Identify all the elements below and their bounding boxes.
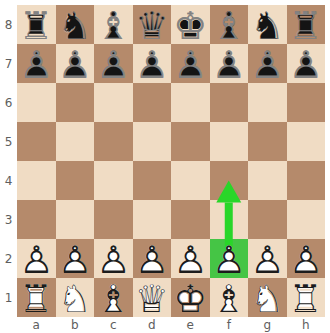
square-g5[interactable] — [248, 122, 287, 161]
square-h7[interactable]: ♟♙ — [287, 44, 326, 83]
square-b2[interactable]: ♟♙ — [56, 239, 95, 278]
square-a7[interactable]: ♟♙ — [17, 44, 56, 83]
piece-glyph-detail: ♘ — [248, 5, 287, 44]
square-f6[interactable] — [210, 83, 249, 122]
piece-glyph-detail: ♙ — [56, 239, 95, 278]
white-pawn-g2[interactable]: ♟♙ — [248, 239, 287, 278]
rank-label-7: 7 — [0, 44, 17, 83]
black-pawn-c7[interactable]: ♟♙ — [94, 44, 133, 83]
square-h8[interactable]: ♜♖ — [287, 5, 326, 44]
piece-glyph-detail: ♙ — [133, 239, 172, 278]
square-d6[interactable] — [133, 83, 172, 122]
square-f5[interactable] — [210, 122, 249, 161]
square-g7[interactable]: ♟♙ — [248, 44, 287, 83]
square-c4[interactable] — [94, 161, 133, 200]
black-bishop-c8[interactable]: ♝♗ — [94, 5, 133, 44]
piece-glyph-detail: ♙ — [171, 44, 210, 83]
piece-glyph-detail: ♖ — [17, 278, 56, 317]
square-g6[interactable] — [248, 83, 287, 122]
square-f7[interactable]: ♟♙ — [210, 44, 249, 83]
square-g8[interactable]: ♞♘ — [248, 5, 287, 44]
piece-glyph-detail: ♔ — [171, 5, 210, 44]
piece-glyph-detail: ♖ — [287, 278, 326, 317]
square-b8[interactable]: ♞♘ — [56, 5, 95, 44]
white-knight-b1[interactable]: ♞♘ — [56, 278, 95, 317]
square-c5[interactable] — [94, 122, 133, 161]
piece-glyph-detail: ♗ — [94, 5, 133, 44]
piece-glyph-detail: ♖ — [287, 5, 326, 44]
square-g3[interactable] — [248, 200, 287, 239]
piece-glyph-detail: ♙ — [171, 239, 210, 278]
square-g4[interactable] — [248, 161, 287, 200]
chess-app: ♜♖♞♘♝♗♛♕♚♔♝♗♞♘♜♖♟♙♟♙♟♙♟♙♟♙♟♙♟♙♟♙♟♙♟♙♟♙♟♙… — [0, 0, 330, 333]
piece-glyph-detail: ♙ — [248, 239, 287, 278]
square-e3[interactable] — [171, 200, 210, 239]
black-knight-b8[interactable]: ♞♘ — [56, 5, 95, 44]
square-d7[interactable]: ♟♙ — [133, 44, 172, 83]
piece-glyph-detail: ♙ — [210, 44, 249, 83]
square-d4[interactable] — [133, 161, 172, 200]
white-king-e1[interactable]: ♚♔ — [171, 278, 210, 317]
square-a4[interactable] — [17, 161, 56, 200]
white-queen-d1[interactable]: ♛♕ — [133, 278, 172, 317]
white-bishop-c1[interactable]: ♝♗ — [94, 278, 133, 317]
black-pawn-d7[interactable]: ♟♙ — [133, 44, 172, 83]
square-d5[interactable] — [133, 122, 172, 161]
square-h4[interactable] — [287, 161, 326, 200]
black-pawn-g7[interactable]: ♟♙ — [248, 44, 287, 83]
square-a2[interactable]: ♟♙ — [17, 239, 56, 278]
white-rook-h1[interactable]: ♜♖ — [287, 278, 326, 317]
square-h3[interactable] — [287, 200, 326, 239]
rank-label-4: 4 — [0, 161, 17, 200]
rank-label-1: 1 — [0, 278, 17, 317]
piece-glyph-detail: ♗ — [210, 278, 249, 317]
square-b6[interactable] — [56, 83, 95, 122]
square-a5[interactable] — [17, 122, 56, 161]
square-b3[interactable] — [56, 200, 95, 239]
square-b5[interactable] — [56, 122, 95, 161]
square-f1[interactable]: ♝♗ — [210, 278, 249, 317]
piece-glyph-detail: ♘ — [56, 278, 95, 317]
square-a8[interactable]: ♜♖ — [17, 5, 56, 44]
white-pawn-e2[interactable]: ♟♙ — [171, 239, 210, 278]
square-h6[interactable] — [287, 83, 326, 122]
black-pawn-a7[interactable]: ♟♙ — [17, 44, 56, 83]
piece-glyph-detail: ♗ — [210, 5, 249, 44]
square-e1[interactable]: ♚♔ — [171, 278, 210, 317]
piece-glyph-detail: ♙ — [94, 239, 133, 278]
square-b7[interactable]: ♟♙ — [56, 44, 95, 83]
rank-label-6: 6 — [0, 83, 17, 122]
square-h5[interactable] — [287, 122, 326, 161]
square-a1[interactable]: ♜♖ — [17, 278, 56, 317]
white-pawn-d2[interactable]: ♟♙ — [133, 239, 172, 278]
square-e6[interactable] — [171, 83, 210, 122]
square-a6[interactable] — [17, 83, 56, 122]
black-queen-d8[interactable]: ♛♕ — [133, 5, 172, 44]
piece-glyph-detail: ♕ — [133, 278, 172, 317]
black-king-e8[interactable]: ♚♔ — [171, 5, 210, 44]
square-e4[interactable] — [171, 161, 210, 200]
square-g2[interactable]: ♟♙ — [248, 239, 287, 278]
white-pawn-c2[interactable]: ♟♙ — [94, 239, 133, 278]
white-pawn-a2[interactable]: ♟♙ — [17, 239, 56, 278]
black-pawn-h7[interactable]: ♟♙ — [287, 44, 326, 83]
piece-glyph-detail: ♖ — [17, 5, 56, 44]
black-rook-h8[interactable]: ♜♖ — [287, 5, 326, 44]
square-h2[interactable]: ♟♙ — [287, 239, 326, 278]
square-d8[interactable]: ♛♕ — [133, 5, 172, 44]
black-pawn-f7[interactable]: ♟♙ — [210, 44, 249, 83]
piece-glyph-detail: ♙ — [17, 239, 56, 278]
square-b1[interactable]: ♞♘ — [56, 278, 95, 317]
piece-glyph-detail: ♙ — [94, 44, 133, 83]
white-knight-g1[interactable]: ♞♘ — [248, 278, 287, 317]
square-e8[interactable]: ♚♔ — [171, 5, 210, 44]
piece-glyph-detail: ♔ — [171, 278, 210, 317]
piece-glyph-detail: ♙ — [248, 44, 287, 83]
square-d2[interactable]: ♟♙ — [133, 239, 172, 278]
white-pawn-f2[interactable]: ♟♙ — [210, 239, 249, 278]
square-f3[interactable] — [210, 200, 249, 239]
square-b4[interactable] — [56, 161, 95, 200]
square-c8[interactable]: ♝♗ — [94, 5, 133, 44]
piece-glyph-detail: ♙ — [133, 44, 172, 83]
black-knight-g8[interactable]: ♞♘ — [248, 5, 287, 44]
rank-label-5: 5 — [0, 122, 17, 161]
square-d1[interactable]: ♛♕ — [133, 278, 172, 317]
piece-glyph-detail: ♘ — [248, 278, 287, 317]
square-d3[interactable] — [133, 200, 172, 239]
white-pawn-h2[interactable]: ♟♙ — [287, 239, 326, 278]
rank-label-8: 8 — [0, 5, 17, 44]
square-f4[interactable] — [210, 161, 249, 200]
square-c2[interactable]: ♟♙ — [94, 239, 133, 278]
square-g1[interactable]: ♞♘ — [248, 278, 287, 317]
square-e2[interactable]: ♟♙ — [171, 239, 210, 278]
piece-glyph-detail: ♙ — [287, 44, 326, 83]
square-e5[interactable] — [171, 122, 210, 161]
square-a3[interactable] — [17, 200, 56, 239]
square-c1[interactable]: ♝♗ — [94, 278, 133, 317]
chess-board: ♜♖♞♘♝♗♛♕♚♔♝♗♞♘♜♖♟♙♟♙♟♙♟♙♟♙♟♙♟♙♟♙♟♙♟♙♟♙♟♙… — [17, 5, 325, 317]
square-f8[interactable]: ♝♗ — [210, 5, 249, 44]
black-rook-a8[interactable]: ♜♖ — [17, 5, 56, 44]
square-f2[interactable]: ♟♙ — [210, 239, 249, 278]
piece-glyph-detail: ♘ — [56, 5, 95, 44]
piece-glyph-detail: ♙ — [287, 239, 326, 278]
piece-glyph-detail: ♙ — [56, 44, 95, 83]
white-rook-a1[interactable]: ♜♖ — [17, 278, 56, 317]
rank-label-2: 2 — [0, 239, 17, 278]
piece-glyph-detail: ♙ — [210, 239, 249, 278]
black-pawn-e7[interactable]: ♟♙ — [171, 44, 210, 83]
rank-label-3: 3 — [0, 200, 17, 239]
square-e7[interactable]: ♟♙ — [171, 44, 210, 83]
black-bishop-f8[interactable]: ♝♗ — [210, 5, 249, 44]
black-pawn-b7[interactable]: ♟♙ — [56, 44, 95, 83]
square-c3[interactable] — [94, 200, 133, 239]
piece-glyph-detail: ♕ — [133, 5, 172, 44]
square-h1[interactable]: ♜♖ — [287, 278, 326, 317]
white-bishop-f1[interactable]: ♝♗ — [210, 278, 249, 317]
piece-glyph-detail: ♗ — [94, 278, 133, 317]
square-c7[interactable]: ♟♙ — [94, 44, 133, 83]
piece-glyph-detail: ♙ — [17, 44, 56, 83]
white-pawn-b2[interactable]: ♟♙ — [56, 239, 95, 278]
square-c6[interactable] — [94, 83, 133, 122]
